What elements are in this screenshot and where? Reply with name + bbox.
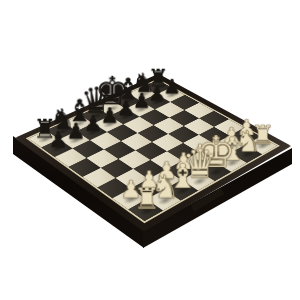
- playing-area: ♜♞♝♛♚♝♞♜♟♟♟♟♟♟♟♟♟♟♟♟♟♟♟♟♜♞♝♛♚♝♞♜: [29, 80, 278, 221]
- board-scene: ♜♞♝♛♚♝♞♜♟♟♟♟♟♟♟♟♟♟♟♟♟♟♟♟♜♞♝♛♚♝♞♜: [0, 0, 300, 300]
- black-pawn-icon: ♟: [32, 129, 85, 151]
- chess-set-photo: ♜♞♝♛♚♝♞♜♟♟♟♟♟♟♟♟♟♟♟♟♟♟♟♟♜♞♝♛♚♝♞♜: [0, 0, 300, 300]
- square-a1[interactable]: ♜: [128, 199, 163, 221]
- board-frame: ♜♞♝♛♚♝♞♜♟♟♟♟♟♟♟♟♟♟♟♟♟♟♟♟♜♞♝♛♚♝♞♜: [15, 74, 292, 232]
- chess-board: ♜♞♝♛♚♝♞♜♟♟♟♟♟♟♟♟♟♟♟♟♟♟♟♟♜♞♝♛♚♝♞♜: [15, 74, 292, 232]
- white-rook-icon: ♜: [118, 184, 176, 213]
